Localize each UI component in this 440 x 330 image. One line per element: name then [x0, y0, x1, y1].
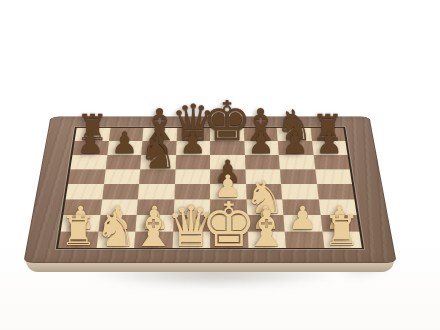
piece-black-knight-c6[interactable]: ♞ [137, 132, 180, 175]
piece-black-pawn-f7[interactable]: ♟ [246, 128, 276, 158]
square-a5[interactable] [68, 169, 105, 184]
piece-black-pawn-h7[interactable]: ♟ [314, 128, 344, 158]
piece-white-bishop-f1[interactable]: ♝ [242, 204, 292, 254]
piece-black-pawn-d7[interactable]: ♟ [178, 128, 208, 158]
square-a4[interactable] [66, 184, 104, 199]
square-b5[interactable] [104, 169, 141, 184]
square-h5[interactable] [315, 169, 352, 184]
piece-black-pawn-a7[interactable]: ♟ [76, 128, 106, 158]
scene: ♜♝♛♚♝♞♜♟♟♟♟♟♟♟♞♟♟♞♟♟♟♟♟♟♟♜♞♝♛♚♝♜ [0, 0, 440, 330]
piece-black-pawn-b7[interactable]: ♟ [110, 128, 140, 158]
piece-white-rook-h1[interactable]: ♜ [321, 211, 362, 252]
square-b4[interactable] [102, 184, 139, 199]
square-h4[interactable] [317, 184, 355, 199]
square-d5[interactable] [175, 169, 211, 184]
piece-black-pawn-g7[interactable]: ♟ [280, 128, 310, 158]
